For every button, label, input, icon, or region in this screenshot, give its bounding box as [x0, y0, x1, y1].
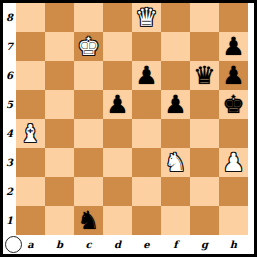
square-h4[interactable] — [219, 119, 248, 148]
square-a8[interactable] — [16, 3, 45, 32]
square-e2[interactable] — [132, 177, 161, 206]
file-labels: abcdefgh — [16, 235, 248, 254]
black-king-h5[interactable]: ♚ — [222, 90, 244, 119]
square-g3[interactable] — [190, 148, 219, 177]
rank-label-3: 3 — [3, 148, 16, 177]
rank-label-7: 7 — [3, 32, 16, 61]
square-d2[interactable] — [103, 177, 132, 206]
square-h2[interactable] — [219, 177, 248, 206]
black-pawn-e6[interactable]: ♟ — [135, 61, 157, 90]
square-c4[interactable] — [74, 119, 103, 148]
square-d7[interactable] — [103, 32, 132, 61]
square-h7[interactable]: ♟ — [219, 32, 248, 61]
square-f7[interactable] — [161, 32, 190, 61]
white-bishop-a4[interactable]: ♝ — [19, 119, 41, 148]
square-c2[interactable] — [74, 177, 103, 206]
black-pawn-h7[interactable]: ♟ — [222, 32, 244, 61]
square-c7[interactable]: ♚ — [74, 32, 103, 61]
square-b4[interactable] — [45, 119, 74, 148]
square-d4[interactable] — [103, 119, 132, 148]
white-knight-f3[interactable]: ♞ — [164, 148, 186, 177]
chess-diagram: ♛♚♟♟♛♟♟♟♚♝♞♟♞ 87654321 abcdefgh — [0, 0, 257, 257]
black-pawn-d5[interactable]: ♟ — [106, 90, 128, 119]
square-g7[interactable] — [190, 32, 219, 61]
square-g8[interactable] — [190, 3, 219, 32]
square-b3[interactable] — [45, 148, 74, 177]
square-b1[interactable] — [45, 206, 74, 235]
square-f1[interactable] — [161, 206, 190, 235]
square-b2[interactable] — [45, 177, 74, 206]
file-label-h: h — [219, 235, 248, 254]
black-pawn-f5[interactable]: ♟ — [164, 90, 186, 119]
square-a2[interactable] — [16, 177, 45, 206]
square-a6[interactable] — [16, 61, 45, 90]
square-b5[interactable] — [45, 90, 74, 119]
white-pawn-h3[interactable]: ♟ — [222, 148, 244, 177]
square-b6[interactable] — [45, 61, 74, 90]
rank-label-8: 8 — [3, 3, 16, 32]
square-f2[interactable] — [161, 177, 190, 206]
square-f6[interactable] — [161, 61, 190, 90]
square-b7[interactable] — [45, 32, 74, 61]
square-c6[interactable] — [74, 61, 103, 90]
square-d5[interactable]: ♟ — [103, 90, 132, 119]
square-e3[interactable] — [132, 148, 161, 177]
black-pawn-h6[interactable]: ♟ — [222, 61, 244, 90]
square-a4[interactable]: ♝ — [16, 119, 45, 148]
square-d3[interactable] — [103, 148, 132, 177]
square-f3[interactable]: ♞ — [161, 148, 190, 177]
file-label-e: e — [132, 235, 161, 254]
square-a5[interactable] — [16, 90, 45, 119]
square-h5[interactable]: ♚ — [219, 90, 248, 119]
square-g4[interactable] — [190, 119, 219, 148]
square-e8[interactable]: ♛ — [132, 3, 161, 32]
file-label-g: g — [190, 235, 219, 254]
square-h6[interactable]: ♟ — [219, 61, 248, 90]
rank-label-1: 1 — [3, 206, 16, 235]
rank-label-2: 2 — [3, 177, 16, 206]
black-queen-g6[interactable]: ♛ — [193, 61, 215, 90]
square-e7[interactable] — [132, 32, 161, 61]
square-e4[interactable] — [132, 119, 161, 148]
square-a3[interactable] — [16, 148, 45, 177]
square-f5[interactable]: ♟ — [161, 90, 190, 119]
square-b8[interactable] — [45, 3, 74, 32]
square-f8[interactable] — [161, 3, 190, 32]
file-label-b: b — [45, 235, 74, 254]
square-d8[interactable] — [103, 3, 132, 32]
square-h8[interactable] — [219, 3, 248, 32]
square-h1[interactable] — [219, 206, 248, 235]
square-g1[interactable] — [190, 206, 219, 235]
square-c3[interactable] — [74, 148, 103, 177]
square-a7[interactable] — [16, 32, 45, 61]
chess-board: ♛♚♟♟♛♟♟♟♚♝♞♟♞ — [16, 3, 248, 235]
square-d1[interactable] — [103, 206, 132, 235]
rank-label-5: 5 — [3, 90, 16, 119]
file-label-f: f — [161, 235, 190, 254]
square-g6[interactable]: ♛ — [190, 61, 219, 90]
black-knight-c1[interactable]: ♞ — [77, 206, 99, 235]
rank-labels: 87654321 — [3, 3, 16, 235]
square-g5[interactable] — [190, 90, 219, 119]
square-f4[interactable] — [161, 119, 190, 148]
square-c8[interactable] — [74, 3, 103, 32]
white-to-move-indicator — [5, 236, 22, 253]
file-label-c: c — [74, 235, 103, 254]
square-d6[interactable] — [103, 61, 132, 90]
rank-label-6: 6 — [3, 61, 16, 90]
white-king-c7[interactable]: ♚ — [77, 32, 99, 61]
square-e1[interactable] — [132, 206, 161, 235]
square-g2[interactable] — [190, 177, 219, 206]
square-a1[interactable] — [16, 206, 45, 235]
square-e6[interactable]: ♟ — [132, 61, 161, 90]
square-c5[interactable] — [74, 90, 103, 119]
white-queen-e8[interactable]: ♛ — [135, 3, 157, 32]
square-c1[interactable]: ♞ — [74, 206, 103, 235]
rank-label-4: 4 — [3, 119, 16, 148]
file-label-d: d — [103, 235, 132, 254]
square-e5[interactable] — [132, 90, 161, 119]
square-h3[interactable]: ♟ — [219, 148, 248, 177]
